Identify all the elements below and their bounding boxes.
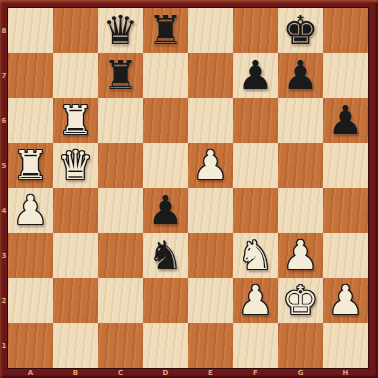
piece-white-rook[interactable]: ♜ bbox=[58, 98, 94, 143]
square-f3[interactable]: ♞ bbox=[233, 233, 278, 278]
rank-label-4: 4 bbox=[0, 188, 8, 233]
square-f6[interactable] bbox=[233, 98, 278, 143]
square-e5[interactable]: ♟ bbox=[188, 143, 233, 188]
square-c1[interactable] bbox=[98, 323, 143, 368]
piece-white-pawn[interactable]: ♟ bbox=[193, 143, 229, 188]
square-h4[interactable] bbox=[323, 188, 368, 233]
square-b2[interactable] bbox=[53, 278, 98, 323]
square-b1[interactable] bbox=[53, 323, 98, 368]
file-label-h: H bbox=[323, 367, 368, 378]
square-b8[interactable] bbox=[53, 8, 98, 53]
piece-white-pawn[interactable]: ♟ bbox=[13, 188, 49, 233]
file-label-e: E bbox=[188, 367, 233, 378]
piece-white-knight[interactable]: ♞ bbox=[238, 233, 274, 278]
square-c3[interactable] bbox=[98, 233, 143, 278]
square-c8[interactable]: ♛ bbox=[98, 8, 143, 53]
square-f4[interactable] bbox=[233, 188, 278, 233]
square-a2[interactable] bbox=[8, 278, 53, 323]
square-g8[interactable]: ♚ bbox=[278, 8, 323, 53]
piece-black-pawn[interactable]: ♟ bbox=[283, 53, 319, 98]
square-e1[interactable] bbox=[188, 323, 233, 368]
square-d5[interactable] bbox=[143, 143, 188, 188]
piece-black-knight[interactable]: ♞ bbox=[148, 233, 184, 278]
rank-label-2: 2 bbox=[0, 278, 8, 323]
square-d7[interactable] bbox=[143, 53, 188, 98]
piece-black-pawn[interactable]: ♟ bbox=[328, 98, 364, 143]
square-a4[interactable]: ♟ bbox=[8, 188, 53, 233]
square-h7[interactable] bbox=[323, 53, 368, 98]
square-a7[interactable] bbox=[8, 53, 53, 98]
rank-label-5: 5 bbox=[0, 143, 8, 188]
square-d4[interactable]: ♟ bbox=[143, 188, 188, 233]
piece-black-pawn[interactable]: ♟ bbox=[148, 188, 184, 233]
square-h8[interactable] bbox=[323, 8, 368, 53]
piece-black-pawn[interactable]: ♟ bbox=[238, 53, 274, 98]
square-c2[interactable] bbox=[98, 278, 143, 323]
square-e7[interactable] bbox=[188, 53, 233, 98]
file-label-g: G bbox=[278, 367, 323, 378]
square-e4[interactable] bbox=[188, 188, 233, 233]
square-c6[interactable] bbox=[98, 98, 143, 143]
square-c7[interactable]: ♜ bbox=[98, 53, 143, 98]
square-d2[interactable] bbox=[143, 278, 188, 323]
square-c5[interactable] bbox=[98, 143, 143, 188]
file-label-c: C bbox=[98, 367, 143, 378]
rank-label-8: 8 bbox=[0, 8, 8, 53]
file-label-b: B bbox=[53, 367, 98, 378]
file-labels: ABCDEFGH bbox=[8, 367, 368, 378]
square-a1[interactable] bbox=[8, 323, 53, 368]
rank-label-1: 1 bbox=[0, 323, 8, 368]
piece-white-pawn[interactable]: ♟ bbox=[328, 278, 364, 323]
rank-labels: 87654321 bbox=[0, 8, 8, 368]
piece-white-queen[interactable]: ♛ bbox=[58, 143, 94, 188]
square-a6[interactable] bbox=[8, 98, 53, 143]
square-b4[interactable] bbox=[53, 188, 98, 233]
square-a5[interactable]: ♜ bbox=[8, 143, 53, 188]
square-g5[interactable] bbox=[278, 143, 323, 188]
square-d1[interactable] bbox=[143, 323, 188, 368]
square-f7[interactable]: ♟ bbox=[233, 53, 278, 98]
piece-white-pawn[interactable]: ♟ bbox=[238, 278, 274, 323]
square-g2[interactable]: ♚ bbox=[278, 278, 323, 323]
square-g7[interactable]: ♟ bbox=[278, 53, 323, 98]
chess-board: ♛♜♚♜♟♟♜♟♜♛♟♟♟♞♞♟♟♚♟ bbox=[8, 8, 368, 368]
square-f1[interactable] bbox=[233, 323, 278, 368]
rank-label-3: 3 bbox=[0, 233, 8, 278]
piece-black-rook[interactable]: ♜ bbox=[148, 8, 184, 53]
chess-board-frame: ♛♜♚♜♟♟♜♟♜♛♟♟♟♞♞♟♟♚♟ 87654321 ABCDEFGH bbox=[0, 0, 378, 378]
file-label-a: A bbox=[8, 367, 53, 378]
square-h2[interactable]: ♟ bbox=[323, 278, 368, 323]
square-f2[interactable]: ♟ bbox=[233, 278, 278, 323]
square-f8[interactable] bbox=[233, 8, 278, 53]
square-a8[interactable] bbox=[8, 8, 53, 53]
piece-white-rook[interactable]: ♜ bbox=[13, 143, 49, 188]
piece-black-queen[interactable]: ♛ bbox=[103, 8, 139, 53]
square-g6[interactable] bbox=[278, 98, 323, 143]
square-b3[interactable] bbox=[53, 233, 98, 278]
rank-label-7: 7 bbox=[0, 53, 8, 98]
piece-black-king[interactable]: ♚ bbox=[283, 8, 319, 53]
square-b5[interactable]: ♛ bbox=[53, 143, 98, 188]
square-d3[interactable]: ♞ bbox=[143, 233, 188, 278]
square-h3[interactable] bbox=[323, 233, 368, 278]
file-label-f: F bbox=[233, 367, 278, 378]
square-g1[interactable] bbox=[278, 323, 323, 368]
square-h5[interactable] bbox=[323, 143, 368, 188]
file-label-d: D bbox=[143, 367, 188, 378]
rank-label-6: 6 bbox=[0, 98, 8, 143]
square-h6[interactable]: ♟ bbox=[323, 98, 368, 143]
square-g3[interactable]: ♟ bbox=[278, 233, 323, 278]
piece-white-king[interactable]: ♚ bbox=[283, 278, 319, 323]
square-d8[interactable]: ♜ bbox=[143, 8, 188, 53]
square-e6[interactable] bbox=[188, 98, 233, 143]
square-g4[interactable] bbox=[278, 188, 323, 233]
piece-white-pawn[interactable]: ♟ bbox=[283, 233, 319, 278]
square-d6[interactable] bbox=[143, 98, 188, 143]
square-c4[interactable] bbox=[98, 188, 143, 233]
square-f5[interactable] bbox=[233, 143, 278, 188]
square-b7[interactable] bbox=[53, 53, 98, 98]
square-e2[interactable] bbox=[188, 278, 233, 323]
piece-black-rook[interactable]: ♜ bbox=[103, 53, 139, 98]
square-e3[interactable] bbox=[188, 233, 233, 278]
square-a3[interactable] bbox=[8, 233, 53, 278]
square-h1[interactable] bbox=[323, 323, 368, 368]
square-b6[interactable]: ♜ bbox=[53, 98, 98, 143]
square-e8[interactable] bbox=[188, 8, 233, 53]
